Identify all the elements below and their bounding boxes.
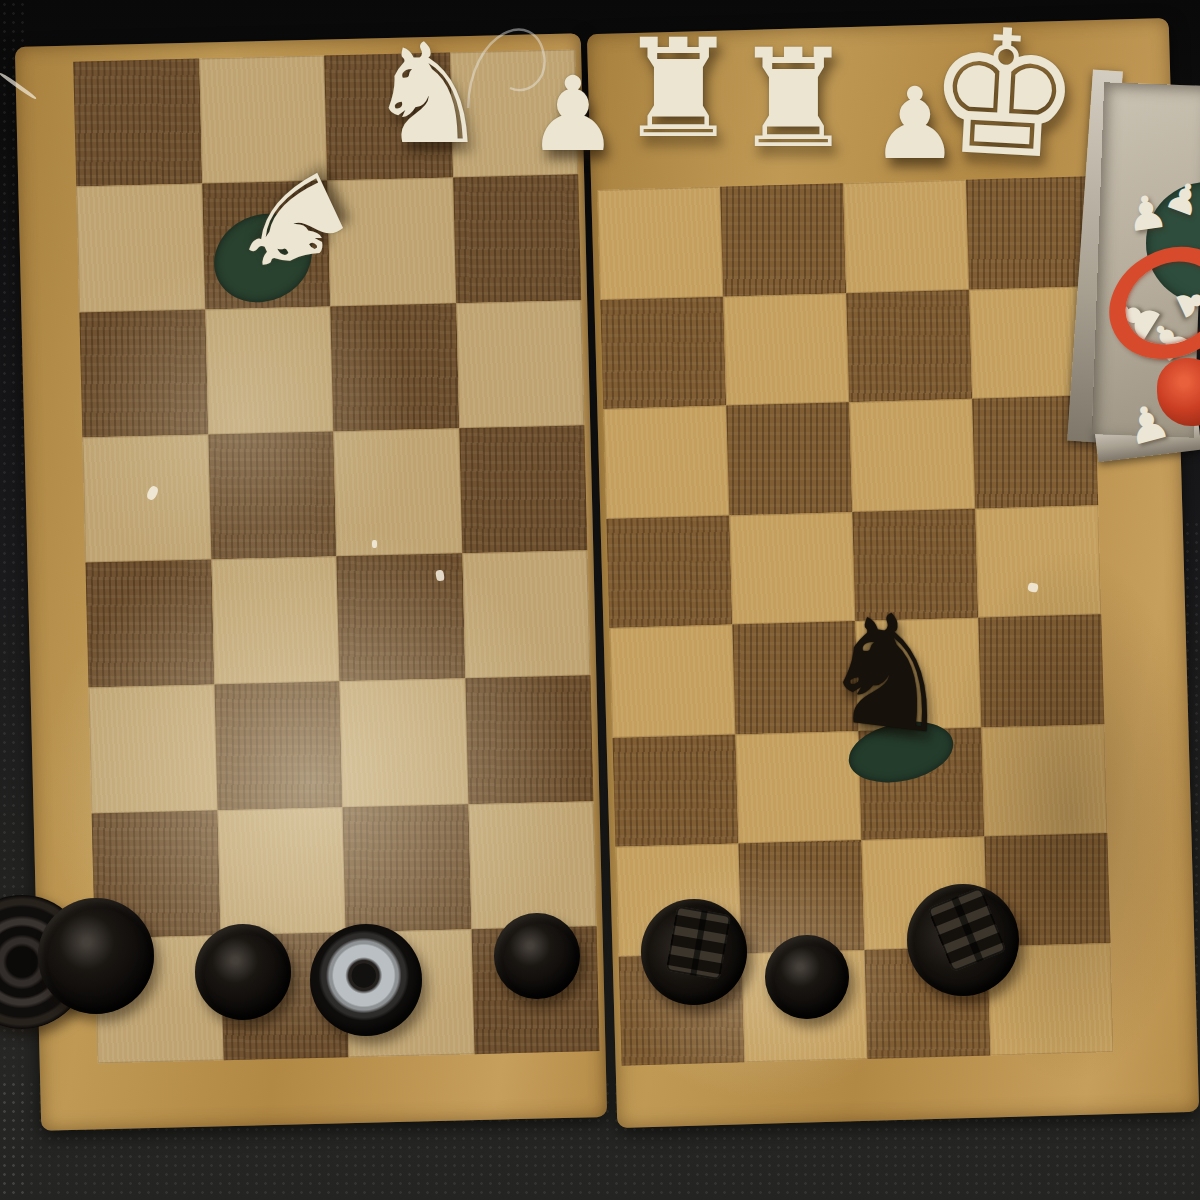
square-d5[interactable]	[459, 425, 588, 553]
square-d7[interactable]	[453, 175, 582, 303]
square-g7[interactable]	[846, 289, 972, 402]
square-b6[interactable]	[205, 306, 334, 434]
square-f7[interactable]	[723, 293, 849, 406]
white-king[interactable]: ♚	[905, 0, 1103, 193]
square-f6[interactable]	[726, 402, 852, 515]
square-e6[interactable]	[603, 406, 729, 519]
black-bishop[interactable]	[310, 924, 422, 1036]
square-b3[interactable]	[214, 682, 343, 810]
black-pawn[interactable]	[494, 913, 580, 999]
square-b2[interactable]	[217, 807, 346, 935]
square-a5[interactable]	[82, 434, 211, 562]
square-h4[interactable]	[978, 614, 1104, 727]
square-f8[interactable]	[720, 183, 846, 296]
square-e8[interactable]	[597, 187, 723, 300]
black-pawn[interactable]	[195, 924, 291, 1020]
square-c6[interactable]	[330, 303, 459, 431]
square-c2[interactable]	[343, 804, 472, 932]
square-e4[interactable]	[609, 625, 735, 738]
square-b5[interactable]	[208, 431, 337, 559]
square-c3[interactable]	[339, 679, 468, 807]
square-c4[interactable]	[336, 553, 465, 681]
square-e7[interactable]	[600, 296, 726, 409]
square-g8[interactable]	[843, 180, 969, 293]
square-a8[interactable]	[73, 59, 202, 187]
square-d4[interactable]	[462, 550, 591, 678]
rook-crenellation-top	[665, 905, 731, 979]
square-a6[interactable]	[79, 309, 208, 437]
black-pawn[interactable]	[765, 935, 849, 1019]
square-a7[interactable]	[76, 184, 205, 312]
black-knight[interactable]: ♞	[795, 579, 982, 766]
square-d2[interactable]	[468, 801, 597, 929]
square-e5[interactable]	[606, 515, 732, 628]
square-g6[interactable]	[849, 399, 975, 512]
square-b4[interactable]	[211, 556, 340, 684]
table-surface: ♞♟♜♜♟♚♞♞♟♟♟♟♟♟	[0, 0, 1200, 1200]
paint-speck	[372, 540, 377, 548]
square-a3[interactable]	[89, 685, 218, 813]
white-rook[interactable]: ♜	[719, 25, 867, 173]
square-a4[interactable]	[85, 559, 214, 687]
square-c5[interactable]	[333, 428, 462, 556]
square-d3[interactable]	[465, 675, 594, 803]
square-h5[interactable]	[975, 505, 1101, 618]
square-h3[interactable]	[981, 724, 1107, 837]
square-e3[interactable]	[612, 734, 738, 847]
black-king[interactable]	[38, 898, 154, 1014]
white-knight[interactable]: ♞	[353, 20, 503, 170]
square-d6[interactable]	[456, 300, 585, 428]
